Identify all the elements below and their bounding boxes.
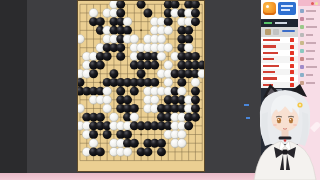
go-board-grid[interactable] (78, 1, 204, 171)
black-stone[interactable] (191, 87, 200, 96)
chat-header (298, 0, 320, 6)
mascot-logo-icon[interactable] (263, 2, 276, 15)
close-icon[interactable] (311, 2, 314, 5)
black-stone[interactable] (130, 139, 139, 148)
user-badge-icon (300, 17, 304, 21)
white-stone[interactable] (177, 87, 186, 96)
room-title-text (263, 39, 280, 41)
black-stone[interactable] (150, 61, 159, 70)
black-stone[interactable] (184, 35, 193, 44)
black-stone[interactable] (191, 95, 200, 104)
black-stone[interactable] (103, 130, 112, 139)
white-stone[interactable] (103, 104, 112, 113)
left-dark-sidebar (0, 0, 27, 180)
white-stone[interactable] (150, 95, 159, 104)
black-stone[interactable] (116, 87, 125, 96)
user-badge-icon (300, 33, 304, 37)
chat-text (306, 74, 313, 76)
black-stone[interactable] (130, 104, 139, 113)
black-stone[interactable] (130, 87, 139, 96)
chat-message-row[interactable] (298, 47, 320, 55)
white-capture-pill (273, 29, 279, 35)
black-stone[interactable] (116, 9, 125, 18)
black-stone[interactable] (96, 17, 105, 26)
black-stone[interactable] (123, 130, 132, 139)
watch-button[interactable] (290, 64, 294, 68)
panel-header (261, 0, 298, 19)
black-stone[interactable] (164, 17, 173, 26)
room-title-text (263, 77, 277, 79)
black-stone[interactable] (157, 139, 166, 148)
white-stone[interactable] (191, 78, 200, 87)
flower-hairpin-icon (297, 102, 302, 107)
black-stone[interactable] (103, 52, 112, 61)
white-stone[interactable] (184, 43, 193, 52)
chat-message-row[interactable] (298, 7, 320, 15)
go-board[interactable] (77, 0, 205, 172)
chat-text (306, 34, 313, 36)
white-stone[interactable] (130, 113, 139, 122)
link-text[interactable] (282, 30, 295, 32)
black-stone[interactable] (191, 1, 200, 9)
choker (279, 137, 292, 140)
chat-message-row[interactable] (298, 39, 320, 47)
user-badge-icon (300, 25, 304, 29)
black-stone[interactable] (191, 9, 200, 18)
white-stone[interactable] (164, 78, 173, 87)
black-stone[interactable] (143, 147, 152, 156)
room-title-text (263, 58, 274, 60)
black-stone[interactable] (116, 43, 125, 52)
user-badge-icon (300, 57, 304, 61)
white-stone[interactable] (157, 52, 166, 61)
black-stone[interactable] (184, 26, 193, 35)
white-stone[interactable] (177, 130, 186, 139)
chat-message-row[interactable] (298, 23, 320, 31)
watch-button[interactable] (290, 77, 294, 81)
white-stone[interactable] (198, 69, 204, 78)
user-badge-icon (300, 65, 304, 69)
black-stone[interactable] (171, 1, 180, 9)
black-stone[interactable] (78, 78, 84, 87)
chat-message-row[interactable] (298, 15, 320, 23)
face (272, 107, 299, 132)
chat-text (306, 42, 316, 44)
room-title-text (263, 65, 279, 67)
white-stone[interactable] (78, 104, 84, 113)
white-stone[interactable] (164, 43, 173, 52)
black-stone[interactable] (109, 69, 118, 78)
black-capture-pill (265, 29, 271, 35)
user-badge-icon (300, 41, 304, 45)
room-title-text (263, 45, 276, 47)
white-stone[interactable] (123, 17, 132, 26)
chat-badge-list[interactable] (298, 7, 320, 95)
chat-text (306, 10, 316, 12)
game-room-list[interactable] (261, 37, 298, 88)
black-stone[interactable] (137, 1, 146, 9)
white-stone[interactable] (103, 87, 112, 96)
shirt (254, 141, 316, 180)
chat-text (306, 66, 317, 68)
room-title-text (263, 52, 278, 54)
black-stone[interactable] (116, 52, 125, 61)
black-stone[interactable] (96, 61, 105, 70)
chat-message-row[interactable] (298, 63, 320, 71)
white-stone[interactable] (89, 9, 98, 18)
white-stone[interactable] (130, 35, 139, 44)
screen (0, 0, 320, 180)
white-stone[interactable] (103, 95, 112, 104)
watch-button[interactable] (290, 51, 294, 55)
chat-text (306, 58, 314, 60)
white-stone[interactable] (164, 26, 173, 35)
black-stone[interactable] (150, 78, 159, 87)
white-stone[interactable] (177, 139, 186, 148)
watch-button[interactable] (290, 45, 294, 49)
watch-button[interactable] (290, 57, 294, 61)
white-stone[interactable] (123, 147, 132, 156)
chat-text (306, 18, 314, 20)
score-header (261, 27, 298, 37)
white-stone[interactable] (109, 113, 118, 122)
chat-message-row[interactable] (298, 55, 320, 63)
black-stone[interactable] (191, 113, 200, 122)
white-stone[interactable] (78, 35, 84, 44)
white-stone[interactable] (89, 139, 98, 148)
chat-text (306, 26, 317, 28)
black-stone[interactable] (191, 17, 200, 26)
chat-message-row[interactable] (298, 71, 320, 79)
black-stone[interactable] (157, 147, 166, 156)
user-badge-icon (300, 9, 304, 13)
room-title-text (263, 71, 275, 73)
white-stone[interactable] (157, 35, 166, 44)
black-stone[interactable] (89, 69, 98, 78)
chat-message-row[interactable] (298, 31, 320, 39)
black-stone[interactable] (143, 9, 152, 18)
minimize-icon[interactable] (315, 2, 318, 5)
black-stone[interactable] (123, 95, 132, 104)
black-stone[interactable] (89, 130, 98, 139)
status-bar (261, 19, 298, 27)
black-stone[interactable] (191, 52, 200, 61)
choker-gem (284, 139, 287, 142)
black-stone[interactable] (137, 69, 146, 78)
black-stone[interactable] (96, 147, 105, 156)
black-stone[interactable] (184, 121, 193, 130)
black-stone[interactable] (96, 113, 105, 122)
white-stone[interactable] (164, 61, 173, 70)
desktop-text-fragment (244, 104, 249, 106)
action-button[interactable] (278, 2, 296, 15)
black-stone[interactable] (191, 104, 200, 113)
black-stone[interactable] (123, 26, 132, 35)
watch-button[interactable] (290, 70, 294, 74)
vtuber-avatar (250, 84, 320, 180)
black-stone[interactable] (177, 78, 186, 87)
black-stone[interactable] (198, 61, 204, 70)
chat-text (306, 50, 315, 52)
user-badge-icon (300, 49, 304, 53)
black-stone[interactable] (116, 1, 125, 9)
watch-button[interactable] (290, 38, 294, 42)
user-badge-icon (300, 73, 304, 77)
